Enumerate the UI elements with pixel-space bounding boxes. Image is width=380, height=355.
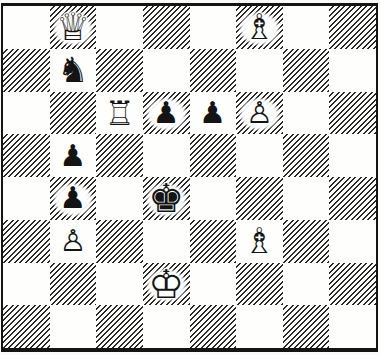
- square-a6[interactable]: [3, 92, 50, 135]
- square-d2[interactable]: ♔: [143, 263, 190, 306]
- white-rook-c6: ♖: [96, 92, 143, 135]
- square-h8[interactable]: [329, 6, 376, 49]
- black-knight-b7: ♞: [50, 49, 97, 92]
- chess-diagram-page: ♕♗♞♖♟♟♙♟♟♚♙♗♔: [0, 0, 380, 355]
- square-c5[interactable]: [96, 134, 143, 177]
- square-b2[interactable]: [50, 263, 97, 306]
- square-b8[interactable]: ♕: [50, 6, 97, 49]
- square-h5[interactable]: [329, 134, 376, 177]
- square-d8[interactable]: [143, 6, 190, 49]
- square-b7[interactable]: ♞: [50, 49, 97, 92]
- square-a5[interactable]: [3, 134, 50, 177]
- square-c7[interactable]: [96, 49, 143, 92]
- square-c3[interactable]: [96, 220, 143, 263]
- square-d7[interactable]: [143, 49, 190, 92]
- black-pawn-d6: ♟: [143, 92, 190, 135]
- square-g4[interactable]: [283, 177, 330, 220]
- square-f5[interactable]: [236, 134, 283, 177]
- square-h1[interactable]: [329, 305, 376, 348]
- square-h3[interactable]: [329, 220, 376, 263]
- white-pawn-f6: ♙: [236, 92, 283, 135]
- black-pawn-b4: ♟: [50, 177, 97, 220]
- square-e1[interactable]: [190, 305, 237, 348]
- square-e6[interactable]: ♟: [190, 92, 237, 135]
- square-b4[interactable]: ♟: [50, 177, 97, 220]
- square-h7[interactable]: [329, 49, 376, 92]
- square-b5[interactable]: ♟: [50, 134, 97, 177]
- square-g1[interactable]: [283, 305, 330, 348]
- square-a2[interactable]: [3, 263, 50, 306]
- square-a8[interactable]: [3, 6, 50, 49]
- square-d5[interactable]: [143, 134, 190, 177]
- square-c4[interactable]: [96, 177, 143, 220]
- square-a7[interactable]: [3, 49, 50, 92]
- square-d6[interactable]: ♟: [143, 92, 190, 135]
- white-bishop-f3: ♗: [236, 220, 283, 263]
- square-h6[interactable]: [329, 92, 376, 135]
- square-c6[interactable]: ♖: [96, 92, 143, 135]
- white-pawn-b3: ♙: [50, 220, 97, 263]
- square-h2[interactable]: [329, 263, 376, 306]
- square-d1[interactable]: [143, 305, 190, 348]
- black-pawn-b5: ♟: [50, 134, 97, 177]
- black-king-d4: ♚: [143, 177, 190, 220]
- square-c2[interactable]: [96, 263, 143, 306]
- square-e8[interactable]: [190, 6, 237, 49]
- square-c8[interactable]: [96, 6, 143, 49]
- square-d4[interactable]: ♚: [143, 177, 190, 220]
- square-e5[interactable]: [190, 134, 237, 177]
- square-g6[interactable]: [283, 92, 330, 135]
- square-f1[interactable]: [236, 305, 283, 348]
- square-c1[interactable]: [96, 305, 143, 348]
- square-b6[interactable]: [50, 92, 97, 135]
- square-e7[interactable]: [190, 49, 237, 92]
- square-f3[interactable]: ♗: [236, 220, 283, 263]
- square-b1[interactable]: [50, 305, 97, 348]
- chess-board: ♕♗♞♖♟♟♙♟♟♚♙♗♔: [1, 3, 378, 352]
- square-f4[interactable]: [236, 177, 283, 220]
- square-g7[interactable]: [283, 49, 330, 92]
- square-a4[interactable]: [3, 177, 50, 220]
- square-f7[interactable]: [236, 49, 283, 92]
- square-d3[interactable]: [143, 220, 190, 263]
- square-a1[interactable]: [3, 305, 50, 348]
- white-king-d2: ♔: [143, 263, 190, 306]
- white-bishop-f8: ♗: [236, 6, 283, 49]
- square-g8[interactable]: [283, 6, 330, 49]
- square-a3[interactable]: [3, 220, 50, 263]
- square-f6[interactable]: ♙: [236, 92, 283, 135]
- black-pawn-e6: ♟: [190, 92, 237, 135]
- square-g5[interactable]: [283, 134, 330, 177]
- square-e4[interactable]: [190, 177, 237, 220]
- square-e3[interactable]: [190, 220, 237, 263]
- square-f2[interactable]: [236, 263, 283, 306]
- square-f8[interactable]: ♗: [236, 6, 283, 49]
- white-queen-b8: ♕: [50, 6, 97, 49]
- square-b3[interactable]: ♙: [50, 220, 97, 263]
- square-g3[interactable]: [283, 220, 330, 263]
- square-e2[interactable]: [190, 263, 237, 306]
- square-h4[interactable]: [329, 177, 376, 220]
- square-g2[interactable]: [283, 263, 330, 306]
